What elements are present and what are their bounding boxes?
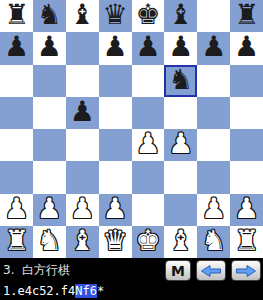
white-pawn: ♟ — [70, 195, 95, 223]
black-pawn: ♟ — [168, 33, 193, 61]
square-f3[interactable] — [164, 161, 197, 193]
square-h1[interactable]: ♜ — [230, 226, 263, 258]
back-button[interactable] — [196, 260, 226, 281]
white-pawn: ♟ — [37, 195, 62, 223]
square-a5[interactable] — [0, 97, 33, 129]
square-f4[interactable]: ♟ — [164, 129, 197, 161]
black-pawn: ♟ — [70, 98, 95, 126]
square-c6[interactable] — [66, 65, 99, 97]
square-d5[interactable] — [99, 97, 132, 129]
white-pawn: ♟ — [4, 195, 29, 223]
square-a8[interactable]: ♜ — [0, 0, 33, 32]
chess-board[interactable]: ♜♞♝♛♚♝♜♟♟♟♟♟♟♟♞♟♟♟♟♟♟♟♟♟♜♞♝♛♚♝♞♜ — [0, 0, 263, 258]
square-f6[interactable]: ♞ — [164, 65, 197, 97]
square-a7[interactable]: ♟ — [0, 32, 33, 64]
move-list: 1. e4 c5 2. f4 Nf6 * — [0, 282, 263, 299]
white-pawn: ♟ — [135, 130, 160, 158]
square-a3[interactable] — [0, 161, 33, 193]
square-d3[interactable] — [99, 161, 132, 193]
black-pawn: ♟ — [4, 33, 29, 61]
black-pawn: ♟ — [135, 33, 160, 61]
black-pawn: ♟ — [234, 33, 259, 61]
move-token[interactable]: 1. — [3, 284, 17, 298]
square-e6[interactable] — [132, 65, 165, 97]
black-knight: ♞ — [37, 1, 62, 29]
black-bishop: ♝ — [168, 1, 193, 29]
square-b5[interactable] — [33, 97, 66, 129]
button-group: M — [165, 260, 261, 281]
square-g8[interactable] — [197, 0, 230, 32]
black-pawn: ♟ — [103, 33, 128, 61]
move-token-selected[interactable]: Nf6 — [75, 284, 97, 298]
square-g1[interactable]: ♞ — [197, 226, 230, 258]
square-e3[interactable] — [132, 161, 165, 193]
black-pawn: ♟ — [201, 33, 226, 61]
chess-app: ♜♞♝♛♚♝♜♟♟♟♟♟♟♟♞♟♟♟♟♟♟♟♟♟♜♞♝♛♚♝♞♜ 3. 白方行棋… — [0, 0, 263, 300]
black-rook: ♜ — [4, 1, 29, 29]
square-f7[interactable]: ♟ — [164, 32, 197, 64]
square-a4[interactable] — [0, 129, 33, 161]
square-e2[interactable] — [132, 194, 165, 226]
square-f1[interactable]: ♝ — [164, 226, 197, 258]
square-c8[interactable]: ♝ — [66, 0, 99, 32]
square-c7[interactable] — [66, 32, 99, 64]
square-c4[interactable] — [66, 129, 99, 161]
status-row: 3. 白方行棋 M — [0, 258, 263, 282]
black-pawn: ♟ — [37, 33, 62, 61]
white-king: ♚ — [135, 227, 160, 255]
square-b4[interactable] — [33, 129, 66, 161]
square-e8[interactable]: ♚ — [132, 0, 165, 32]
square-f8[interactable]: ♝ — [164, 0, 197, 32]
square-c1[interactable]: ♝ — [66, 226, 99, 258]
square-g2[interactable]: ♟ — [197, 194, 230, 226]
white-queen: ♛ — [103, 227, 128, 255]
white-pawn: ♟ — [168, 130, 193, 158]
black-king: ♚ — [135, 1, 160, 29]
square-g4[interactable] — [197, 129, 230, 161]
square-a1[interactable]: ♜ — [0, 226, 33, 258]
square-d6[interactable] — [99, 65, 132, 97]
square-b6[interactable] — [33, 65, 66, 97]
menu-button[interactable]: M — [165, 260, 191, 281]
move-token[interactable]: e4 — [17, 284, 31, 298]
square-h7[interactable]: ♟ — [230, 32, 263, 64]
square-h6[interactable] — [230, 65, 263, 97]
white-knight: ♞ — [37, 227, 62, 255]
black-knight: ♞ — [168, 66, 193, 94]
square-d2[interactable]: ♟ — [99, 194, 132, 226]
move-token[interactable]: * — [97, 284, 104, 298]
square-d8[interactable]: ♛ — [99, 0, 132, 32]
square-d1[interactable]: ♛ — [99, 226, 132, 258]
square-g7[interactable]: ♟ — [197, 32, 230, 64]
square-f5[interactable] — [164, 97, 197, 129]
white-pawn: ♟ — [201, 195, 226, 223]
status-text: 3. 白方行棋 — [3, 262, 70, 279]
black-rook: ♜ — [234, 1, 259, 29]
square-c2[interactable]: ♟ — [66, 194, 99, 226]
square-h2[interactable]: ♟ — [230, 194, 263, 226]
square-e4[interactable]: ♟ — [132, 129, 165, 161]
white-bishop: ♝ — [70, 227, 95, 255]
square-b7[interactable]: ♟ — [33, 32, 66, 64]
square-b3[interactable] — [33, 161, 66, 193]
square-g6[interactable] — [197, 65, 230, 97]
white-knight: ♞ — [201, 227, 226, 255]
move-token[interactable]: c5 — [32, 284, 46, 298]
square-c3[interactable] — [66, 161, 99, 193]
black-queen: ♛ — [103, 1, 128, 29]
square-g3[interactable] — [197, 161, 230, 193]
move-token[interactable]: 2. — [46, 284, 60, 298]
square-g5[interactable] — [197, 97, 230, 129]
square-h3[interactable] — [230, 161, 263, 193]
square-f2[interactable] — [164, 194, 197, 226]
white-pawn: ♟ — [234, 195, 259, 223]
white-rook: ♜ — [4, 227, 29, 255]
square-h8[interactable]: ♜ — [230, 0, 263, 32]
white-bishop: ♝ — [168, 227, 193, 255]
move-token[interactable]: f4 — [61, 284, 75, 298]
arrow-right-icon — [236, 265, 256, 277]
square-b1[interactable]: ♞ — [33, 226, 66, 258]
forward-button[interactable] — [231, 260, 261, 281]
square-a2[interactable]: ♟ — [0, 194, 33, 226]
square-d7[interactable]: ♟ — [99, 32, 132, 64]
white-pawn: ♟ — [103, 195, 128, 223]
square-h4[interactable] — [230, 129, 263, 161]
square-c5[interactable]: ♟ — [66, 97, 99, 129]
square-e1[interactable]: ♚ — [132, 226, 165, 258]
square-h5[interactable] — [230, 97, 263, 129]
control-panel: 3. 白方行棋 M — [0, 258, 263, 300]
black-bishop: ♝ — [70, 1, 95, 29]
square-d4[interactable] — [99, 129, 132, 161]
white-rook: ♜ — [234, 227, 259, 255]
arrow-left-icon — [201, 265, 221, 277]
square-b8[interactable]: ♞ — [33, 0, 66, 32]
square-a6[interactable] — [0, 65, 33, 97]
square-e5[interactable] — [132, 97, 165, 129]
square-e7[interactable]: ♟ — [132, 32, 165, 64]
square-b2[interactable]: ♟ — [33, 194, 66, 226]
